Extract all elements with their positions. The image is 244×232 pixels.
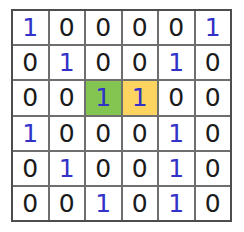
grid-cell: 0	[196, 152, 231, 185]
green-highlight-cell: 1	[86, 81, 121, 114]
grid-cell: 1	[159, 152, 194, 185]
grid-cell: 0	[50, 81, 85, 114]
grid-cell: 0	[196, 117, 231, 150]
grid-cell: 1	[50, 46, 85, 79]
grid-cell: 1	[86, 187, 121, 220]
grid-cell: 1	[159, 187, 194, 220]
grid-cell: 0	[159, 81, 194, 114]
grid-cell: 0	[196, 187, 231, 220]
grid-cell: 1	[13, 117, 48, 150]
grid-cell: 0	[13, 152, 48, 185]
grid-cell: 0	[86, 46, 121, 79]
grid-cell: 1	[50, 152, 85, 185]
grid-cell: 0	[13, 187, 48, 220]
grid-cell: 0	[123, 11, 158, 44]
grid-cell: 0	[196, 81, 231, 114]
grid-cell: 0	[123, 117, 158, 150]
grid-cell: 0	[86, 152, 121, 185]
yellow-highlight-cell: 1	[123, 81, 158, 114]
grid-cell: 0	[50, 187, 85, 220]
grid-cell: 0	[123, 187, 158, 220]
grid-cell: 1	[13, 11, 48, 44]
grid-cell: 0	[123, 46, 158, 79]
grid-cell: 0	[86, 117, 121, 150]
grid-cell: 0	[123, 152, 158, 185]
grid-cell: 0	[159, 11, 194, 44]
grid-cell: 1	[159, 46, 194, 79]
grid-cell: 0	[86, 11, 121, 44]
grid-cell: 0	[13, 81, 48, 114]
grid-cell: 0	[50, 117, 85, 150]
grid-cell: 0	[196, 46, 231, 79]
binary-grid: 100001010010001100100010010010001010	[11, 9, 232, 222]
grid-cell: 0	[13, 46, 48, 79]
grid-cell: 1	[159, 117, 194, 150]
grid-cell: 1	[196, 11, 231, 44]
grid-cell: 0	[50, 11, 85, 44]
